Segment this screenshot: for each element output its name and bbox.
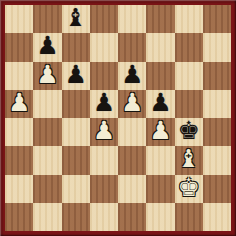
square-d2[interactable] [90,175,118,203]
square-h1[interactable] [203,203,231,231]
square-e6[interactable]: ♟ [118,62,146,90]
square-h4[interactable] [203,118,231,146]
square-a3[interactable] [5,146,33,174]
white-pawn: ♟ [36,62,58,89]
square-h6[interactable] [203,62,231,90]
square-a4[interactable] [5,118,33,146]
square-a6[interactable] [5,62,33,90]
square-b6[interactable]: ♟ [33,62,61,90]
square-g1[interactable] [175,203,203,231]
square-c5[interactable] [62,90,90,118]
square-a2[interactable] [5,175,33,203]
square-f2[interactable] [146,175,174,203]
board-frame: ♝♟♟♟♟♟♟♟♟♟♟♚♝♚ [0,0,236,236]
square-d6[interactable] [90,62,118,90]
square-b2[interactable] [33,175,61,203]
square-g5[interactable] [175,90,203,118]
square-e8[interactable] [118,5,146,33]
white-king: ♚ [177,175,199,202]
black-pawn: ♟ [93,90,115,117]
white-pawn: ♟ [121,90,143,117]
square-g6[interactable] [175,62,203,90]
square-f4[interactable]: ♟ [146,118,174,146]
square-e3[interactable] [118,146,146,174]
chess-board: ♝♟♟♟♟♟♟♟♟♟♟♚♝♚ [5,5,231,231]
square-b1[interactable] [33,203,61,231]
square-b7[interactable]: ♟ [33,33,61,61]
square-c6[interactable]: ♟ [62,62,90,90]
square-f8[interactable] [146,5,174,33]
square-f1[interactable] [146,203,174,231]
black-pawn: ♟ [64,62,86,89]
square-b8[interactable] [33,5,61,33]
square-c2[interactable] [62,175,90,203]
square-d4[interactable]: ♟ [90,118,118,146]
square-c7[interactable] [62,33,90,61]
square-f6[interactable] [146,62,174,90]
square-d1[interactable] [90,203,118,231]
square-f3[interactable] [146,146,174,174]
square-h5[interactable] [203,90,231,118]
square-g2[interactable]: ♚ [175,175,203,203]
square-a8[interactable] [5,5,33,33]
white-pawn: ♟ [149,118,171,145]
square-h3[interactable] [203,146,231,174]
square-d5[interactable]: ♟ [90,90,118,118]
square-c8[interactable]: ♝ [62,5,90,33]
square-f7[interactable] [146,33,174,61]
black-pawn: ♟ [121,62,143,89]
black-bishop: ♝ [64,5,86,32]
square-d8[interactable] [90,5,118,33]
square-e1[interactable] [118,203,146,231]
square-d3[interactable] [90,146,118,174]
square-c3[interactable] [62,146,90,174]
square-f5[interactable]: ♟ [146,90,174,118]
square-g8[interactable] [175,5,203,33]
square-e2[interactable] [118,175,146,203]
square-b3[interactable] [33,146,61,174]
white-pawn: ♟ [8,90,30,117]
white-bishop: ♝ [177,146,199,173]
square-g3[interactable]: ♝ [175,146,203,174]
white-pawn: ♟ [93,118,115,145]
square-e7[interactable] [118,33,146,61]
black-pawn: ♟ [149,90,171,117]
square-h8[interactable] [203,5,231,33]
square-a1[interactable] [5,203,33,231]
square-b4[interactable] [33,118,61,146]
black-pawn: ♟ [36,33,58,60]
square-g7[interactable] [175,33,203,61]
square-c1[interactable] [62,203,90,231]
square-a7[interactable] [5,33,33,61]
square-e4[interactable] [118,118,146,146]
square-h7[interactable] [203,33,231,61]
square-g4[interactable]: ♚ [175,118,203,146]
square-a5[interactable]: ♟ [5,90,33,118]
square-d7[interactable] [90,33,118,61]
black-king: ♚ [177,118,199,145]
square-b5[interactable] [33,90,61,118]
square-e5[interactable]: ♟ [118,90,146,118]
square-c4[interactable] [62,118,90,146]
square-h2[interactable] [203,175,231,203]
